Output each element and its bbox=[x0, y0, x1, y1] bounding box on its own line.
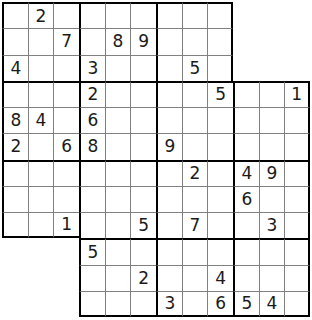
outside-area bbox=[284, 2, 310, 28]
outside-area bbox=[284, 55, 310, 81]
cell-r8c11-empty[interactable] bbox=[284, 212, 310, 238]
cell-r9c5-empty[interactable] bbox=[130, 238, 156, 264]
outside-area bbox=[53, 265, 79, 291]
cell-r9c9-empty[interactable] bbox=[233, 238, 259, 264]
cell-r10c5-given-2[interactable]: 2 bbox=[130, 265, 156, 291]
cell-r2c6-empty[interactable] bbox=[156, 55, 182, 81]
cell-r10c9-empty[interactable] bbox=[233, 265, 259, 291]
cell-r8c2-given-1[interactable]: 1 bbox=[53, 212, 79, 238]
puzzle-page: 27894352518462689249615735243654 bbox=[0, 0, 312, 320]
cell-r10c7-empty[interactable] bbox=[182, 265, 208, 291]
cell-r11c8-given-6[interactable]: 6 bbox=[207, 291, 233, 317]
outside-area bbox=[233, 28, 259, 54]
cell-r2c0-given-4[interactable]: 4 bbox=[2, 55, 28, 81]
cell-r3c8-given-5[interactable]: 5 bbox=[207, 81, 233, 107]
cell-r10c10-empty[interactable] bbox=[259, 265, 285, 291]
cell-r8c6-empty[interactable] bbox=[156, 212, 182, 238]
cell-r9c10-empty[interactable] bbox=[259, 238, 285, 264]
cell-r7c3-empty[interactable] bbox=[79, 186, 105, 212]
cell-r3c2-empty[interactable] bbox=[53, 81, 79, 107]
outside-area bbox=[2, 265, 28, 291]
outside-area bbox=[233, 2, 259, 28]
cell-r5c11-empty[interactable] bbox=[284, 133, 310, 159]
cell-r9c11-empty[interactable] bbox=[284, 238, 310, 264]
cell-r11c3-empty[interactable] bbox=[79, 291, 105, 317]
outside-area bbox=[259, 28, 285, 54]
cell-r7c6-empty[interactable] bbox=[156, 186, 182, 212]
cell-r11c10-given-4[interactable]: 4 bbox=[259, 291, 285, 317]
cell-r10c6-empty[interactable] bbox=[156, 265, 182, 291]
cell-r0c6-empty[interactable] bbox=[156, 2, 182, 28]
cell-r3c5-empty[interactable] bbox=[130, 81, 156, 107]
outside-area bbox=[28, 238, 54, 264]
cell-r5c2-given-6[interactable]: 6 bbox=[53, 133, 79, 159]
cell-r5c8-empty[interactable] bbox=[207, 133, 233, 159]
outside-area bbox=[233, 55, 259, 81]
cell-r4c9-empty[interactable] bbox=[233, 107, 259, 133]
cell-r5c0-given-2[interactable]: 2 bbox=[2, 133, 28, 159]
cell-r2c1-empty[interactable] bbox=[28, 55, 54, 81]
cell-r3c10-empty[interactable] bbox=[259, 81, 285, 107]
cell-r5c3-given-8[interactable]: 8 bbox=[79, 133, 105, 159]
cell-r7c9-given-6[interactable]: 6 bbox=[233, 186, 259, 212]
cell-r4c5-empty[interactable] bbox=[130, 107, 156, 133]
cell-r4c10-empty[interactable] bbox=[259, 107, 285, 133]
cell-r7c10-empty[interactable] bbox=[259, 186, 285, 212]
cell-r4c8-empty[interactable] bbox=[207, 107, 233, 133]
cell-r4c2-empty[interactable] bbox=[53, 107, 79, 133]
cell-r2c8-empty[interactable] bbox=[207, 55, 233, 81]
cell-r4c7-empty[interactable] bbox=[182, 107, 208, 133]
cell-r0c8-empty[interactable] bbox=[207, 2, 233, 28]
cell-r6c11-empty[interactable] bbox=[284, 160, 310, 186]
cell-r0c1-given-2[interactable]: 2 bbox=[28, 2, 54, 28]
cell-r1c0-empty[interactable] bbox=[2, 28, 28, 54]
cell-r8c4-empty[interactable] bbox=[105, 212, 131, 238]
cell-r6c9-given-4[interactable]: 4 bbox=[233, 160, 259, 186]
cell-r6c3-empty[interactable] bbox=[79, 160, 105, 186]
cell-r11c9-given-5[interactable]: 5 bbox=[233, 291, 259, 317]
cell-r4c1-given-4[interactable]: 4 bbox=[28, 107, 54, 133]
cell-r5c1-empty[interactable] bbox=[28, 133, 54, 159]
cell-r7c5-empty[interactable] bbox=[130, 186, 156, 212]
sudoku-board: 27894352518462689249615735243654 bbox=[0, 0, 312, 320]
outside-area bbox=[2, 238, 28, 264]
cell-r7c2-empty[interactable] bbox=[53, 186, 79, 212]
cell-r5c7-empty[interactable] bbox=[182, 133, 208, 159]
cell-r0c4-empty[interactable] bbox=[105, 2, 131, 28]
cell-r7c7-empty[interactable] bbox=[182, 186, 208, 212]
cell-r4c0-given-8[interactable]: 8 bbox=[2, 107, 28, 133]
cell-r8c3-empty[interactable] bbox=[79, 212, 105, 238]
cell-r3c7-empty[interactable] bbox=[182, 81, 208, 107]
cell-r8c9-empty[interactable] bbox=[233, 212, 259, 238]
outside-area bbox=[284, 28, 310, 54]
cell-r0c3-empty[interactable] bbox=[79, 2, 105, 28]
cell-r2c5-empty[interactable] bbox=[130, 55, 156, 81]
cell-r8c10-given-3[interactable]: 3 bbox=[259, 212, 285, 238]
cell-r4c3-given-6[interactable]: 6 bbox=[79, 107, 105, 133]
cell-r7c8-empty[interactable] bbox=[207, 186, 233, 212]
cell-r4c6-empty[interactable] bbox=[156, 107, 182, 133]
cell-r3c11-given-1[interactable]: 1 bbox=[284, 81, 310, 107]
cell-r7c0-empty[interactable] bbox=[2, 186, 28, 212]
cell-r7c11-empty[interactable] bbox=[284, 186, 310, 212]
cell-r11c7-empty[interactable] bbox=[182, 291, 208, 317]
cell-r6c1-empty[interactable] bbox=[28, 160, 54, 186]
cell-r8c0-empty[interactable] bbox=[2, 212, 28, 238]
cell-r6c4-empty[interactable] bbox=[105, 160, 131, 186]
cell-r1c8-empty[interactable] bbox=[207, 28, 233, 54]
cell-r5c6-given-9[interactable]: 9 bbox=[156, 133, 182, 159]
cell-r3c3-given-2[interactable]: 2 bbox=[79, 81, 105, 107]
cell-r2c2-empty[interactable] bbox=[53, 55, 79, 81]
cell-r8c5-given-5[interactable]: 5 bbox=[130, 212, 156, 238]
cell-r0c5-empty[interactable] bbox=[130, 2, 156, 28]
outside-area bbox=[53, 291, 79, 317]
cell-r6c6-empty[interactable] bbox=[156, 160, 182, 186]
cell-r0c0-empty[interactable] bbox=[2, 2, 28, 28]
cell-r3c9-empty[interactable] bbox=[233, 81, 259, 107]
cell-r9c6-empty[interactable] bbox=[156, 238, 182, 264]
outside-area bbox=[2, 291, 28, 317]
cell-r7c4-empty[interactable] bbox=[105, 186, 131, 212]
cell-r1c5-given-9[interactable]: 9 bbox=[130, 28, 156, 54]
cell-r3c6-empty[interactable] bbox=[156, 81, 182, 107]
cell-r6c8-empty[interactable] bbox=[207, 160, 233, 186]
cell-r6c2-empty[interactable] bbox=[53, 160, 79, 186]
cell-r2c3-given-3[interactable]: 3 bbox=[79, 55, 105, 81]
cell-r5c4-empty[interactable] bbox=[105, 133, 131, 159]
cell-r6c7-given-2[interactable]: 2 bbox=[182, 160, 208, 186]
cell-r4c11-empty[interactable] bbox=[284, 107, 310, 133]
cell-r7c1-empty[interactable] bbox=[28, 186, 54, 212]
outside-area bbox=[259, 2, 285, 28]
cell-r11c5-empty[interactable] bbox=[130, 291, 156, 317]
cell-r1c4-given-8[interactable]: 8 bbox=[105, 28, 131, 54]
cell-r10c11-empty[interactable] bbox=[284, 265, 310, 291]
cell-r5c9-empty[interactable] bbox=[233, 133, 259, 159]
cell-r5c5-empty[interactable] bbox=[130, 133, 156, 159]
cell-r0c7-empty[interactable] bbox=[182, 2, 208, 28]
cell-r10c8-given-4[interactable]: 4 bbox=[207, 265, 233, 291]
cell-r3c1-empty[interactable] bbox=[28, 81, 54, 107]
outside-area bbox=[28, 265, 54, 291]
cell-r8c7-given-7[interactable]: 7 bbox=[182, 212, 208, 238]
cell-r9c8-empty[interactable] bbox=[207, 238, 233, 264]
cell-r4c4-empty[interactable] bbox=[105, 107, 131, 133]
cell-r11c6-given-3[interactable]: 3 bbox=[156, 291, 182, 317]
outside-area bbox=[28, 291, 54, 317]
outside-area bbox=[259, 55, 285, 81]
cell-r9c3-given-5[interactable]: 5 bbox=[79, 238, 105, 264]
cell-r3c4-empty[interactable] bbox=[105, 81, 131, 107]
cell-r5c10-empty[interactable] bbox=[259, 133, 285, 159]
cell-r8c8-empty[interactable] bbox=[207, 212, 233, 238]
cell-r2c4-empty[interactable] bbox=[105, 55, 131, 81]
cell-r1c2-given-7[interactable]: 7 bbox=[53, 28, 79, 54]
cell-r10c3-empty[interactable] bbox=[79, 265, 105, 291]
cell-r2c7-given-5[interactable]: 5 bbox=[182, 55, 208, 81]
cell-r1c1-empty[interactable] bbox=[28, 28, 54, 54]
cell-r6c10-given-9[interactable]: 9 bbox=[259, 160, 285, 186]
cell-r1c6-empty[interactable] bbox=[156, 28, 182, 54]
cell-r9c4-empty[interactable] bbox=[105, 238, 131, 264]
cell-r0c2-empty[interactable] bbox=[53, 2, 79, 28]
cell-r9c7-empty[interactable] bbox=[182, 238, 208, 264]
cell-r10c4-empty[interactable] bbox=[105, 265, 131, 291]
cell-r1c3-empty[interactable] bbox=[79, 28, 105, 54]
cell-r1c7-empty[interactable] bbox=[182, 28, 208, 54]
outside-area bbox=[53, 238, 79, 264]
cell-r6c0-empty[interactable] bbox=[2, 160, 28, 186]
cell-r8c1-empty[interactable] bbox=[28, 212, 54, 238]
cell-r3c0-empty[interactable] bbox=[2, 81, 28, 107]
cell-r11c11-empty[interactable] bbox=[284, 291, 310, 317]
cell-r6c5-empty[interactable] bbox=[130, 160, 156, 186]
cell-r11c4-empty[interactable] bbox=[105, 291, 131, 317]
